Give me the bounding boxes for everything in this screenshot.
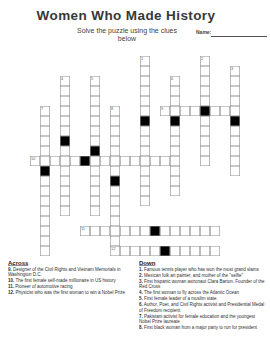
answer-cell[interactable] [170, 226, 180, 236]
answer-cell[interactable] [40, 186, 50, 196]
answer-cell[interactable] [100, 156, 110, 166]
answer-cell[interactable] [60, 196, 70, 206]
answer-cell[interactable] [210, 106, 220, 116]
answer-cell[interactable] [140, 86, 150, 96]
across-clue-12: 12. Physicist who was the first woman to… [8, 290, 134, 296]
answer-cell[interactable] [230, 76, 240, 86]
answer-cell[interactable] [40, 146, 50, 156]
clue-number: 11 [81, 227, 85, 231]
down-clue-4: 4. The first woman to fly across the Atl… [139, 290, 265, 296]
answer-cell[interactable] [130, 156, 140, 166]
answer-cell[interactable] [140, 156, 150, 166]
answer-cell[interactable] [200, 116, 210, 126]
answer-cell[interactable] [140, 226, 150, 236]
across-clue-10: 10. The first female self-made millionai… [8, 278, 134, 284]
answer-cell[interactable] [40, 206, 50, 216]
black-space-cell [110, 176, 120, 186]
clue-number: 5 [91, 77, 93, 81]
across-heading: Across [8, 260, 134, 266]
answer-cell[interactable] [230, 166, 240, 176]
clue-number: 1 [141, 57, 143, 61]
answer-cell[interactable] [90, 166, 100, 176]
answer-cell[interactable] [190, 226, 200, 236]
answer-cell[interactable] [230, 96, 240, 106]
answer-cell[interactable] [60, 106, 70, 116]
answer-cell[interactable] [230, 106, 240, 116]
clue-number: 9 [161, 107, 163, 111]
answer-cell[interactable] [200, 96, 210, 106]
down-clue-5: 5. First female leader of a muslim state [139, 296, 265, 302]
answer-cell[interactable] [60, 166, 70, 176]
answer-cell[interactable] [170, 96, 180, 106]
answer-cell[interactable] [140, 146, 150, 156]
answer-cell[interactable] [60, 176, 70, 186]
answer-cell[interactable] [210, 246, 220, 256]
answer-cell[interactable] [90, 136, 100, 146]
answer-cell[interactable] [180, 106, 190, 116]
clue-number: 4 [61, 77, 63, 81]
answer-cell[interactable] [170, 186, 180, 196]
answer-cell[interactable] [170, 166, 180, 176]
crossword-grid: 123456789101112 [30, 56, 240, 256]
answer-cell[interactable] [90, 226, 100, 236]
answer-cell[interactable] [200, 86, 210, 96]
answer-cell[interactable] [140, 246, 150, 256]
answer-cell[interactable] [200, 246, 210, 256]
answer-cell[interactable] [130, 246, 140, 256]
answer-cell[interactable] [170, 136, 180, 146]
answer-cell[interactable] [90, 196, 100, 206]
page-title: Women Who Made History [0, 8, 252, 23]
answer-cell[interactable] [90, 156, 100, 166]
clue-number: 3 [231, 67, 233, 71]
down-clue-1: 1. Famous tennis player who has won the … [139, 267, 265, 273]
answer-cell[interactable] [170, 176, 180, 186]
answer-cell[interactable] [160, 226, 170, 236]
answer-cell[interactable] [40, 246, 50, 256]
answer-cell[interactable] [110, 146, 120, 156]
down-clue-2: 2. Mexican folk art painter, and mother … [139, 273, 265, 279]
answer-cell[interactable] [120, 226, 130, 236]
black-space-cell [90, 146, 100, 156]
answer-cell[interactable] [60, 126, 70, 136]
answer-cell[interactable] [90, 116, 100, 126]
answer-cell[interactable] [170, 146, 180, 156]
answer-cell[interactable] [140, 106, 150, 116]
answer-cell[interactable] [200, 226, 210, 236]
answer-cell[interactable] [140, 96, 150, 106]
answer-cell[interactable] [110, 206, 120, 216]
answer-cell[interactable] [90, 106, 100, 116]
answer-cell[interactable] [60, 156, 70, 166]
answer-cell[interactable] [110, 216, 120, 226]
answer-cell[interactable] [200, 66, 210, 76]
down-heading: Down [139, 260, 265, 266]
answer-cell[interactable] [110, 196, 120, 206]
answer-cell[interactable] [200, 146, 210, 156]
clue-number: 2 [201, 57, 203, 61]
black-space-cell [40, 166, 50, 176]
answer-cell[interactable] [40, 176, 50, 186]
answer-cell[interactable] [110, 226, 120, 236]
black-space-cell [200, 106, 210, 116]
answer-cell[interactable] [130, 226, 140, 236]
answer-cell[interactable] [200, 136, 210, 146]
answer-cell[interactable] [60, 86, 70, 96]
answer-cell[interactable] [200, 126, 210, 136]
answer-cell[interactable] [50, 156, 60, 166]
answer-cell[interactable] [110, 236, 120, 246]
subtitle: Solve the puzzle using the clues below [72, 26, 182, 42]
answer-cell[interactable] [40, 226, 50, 236]
answer-cell[interactable] [40, 126, 50, 136]
black-space-cell [150, 226, 160, 236]
answer-cell[interactable] [180, 226, 190, 236]
answer-cell[interactable] [160, 156, 170, 166]
answer-cell[interactable] [90, 96, 100, 106]
answer-cell[interactable] [180, 246, 190, 256]
black-space-cell [140, 116, 150, 126]
answer-cell[interactable] [200, 156, 210, 166]
answer-cell[interactable] [70, 156, 80, 166]
answer-cell[interactable] [60, 146, 70, 156]
answer-cell[interactable] [110, 166, 120, 176]
answer-cell[interactable] [120, 246, 130, 256]
across-clues: Across 9. Designer of the Civil Rights a… [8, 260, 134, 296]
answer-cell[interactable] [140, 166, 150, 176]
answer-cell[interactable] [170, 126, 180, 136]
answer-cell[interactable] [40, 116, 50, 126]
answer-cell[interactable] [60, 206, 70, 216]
black-space-cell [230, 116, 240, 126]
clue-number: 12 [111, 247, 115, 251]
name-blank-line [211, 36, 267, 37]
answer-cell[interactable] [170, 106, 180, 116]
clue-number: 8 [111, 107, 113, 111]
down-clue-3: 3. First hispanic woman astronaut Clara … [139, 279, 265, 290]
answer-cell[interactable] [90, 126, 100, 136]
answer-cell[interactable] [170, 156, 180, 166]
answer-cell[interactable] [60, 186, 70, 196]
answer-cell[interactable] [90, 176, 100, 186]
answer-cell[interactable] [230, 126, 240, 136]
clue-number: 7 [41, 107, 43, 111]
answer-cell[interactable] [190, 106, 200, 116]
black-space-cell [170, 116, 180, 126]
across-clue-11: 11. Pioneer of automotive racing [8, 284, 134, 290]
black-space-cell [60, 136, 70, 146]
answer-cell[interactable] [170, 86, 180, 96]
answer-cell[interactable] [40, 156, 50, 166]
answer-cell[interactable] [140, 136, 150, 146]
black-space-cell [160, 246, 170, 256]
answer-cell[interactable] [110, 136, 120, 146]
down-clue-6: 6. Author, Poet, and Civil Rights activi… [139, 302, 265, 313]
answer-cell[interactable] [40, 216, 50, 226]
answer-cell[interactable] [230, 86, 240, 96]
answer-cell[interactable] [40, 236, 50, 246]
answer-cell[interactable] [230, 136, 240, 146]
answer-cell[interactable] [220, 106, 230, 116]
down-clues: Down 1. Famous tennis player who has won… [139, 260, 265, 331]
name-label: Name: [196, 29, 211, 35]
answer-cell[interactable] [150, 156, 160, 166]
answer-cell[interactable] [120, 156, 130, 166]
answer-cell[interactable] [90, 186, 100, 196]
across-clue-list: 9. Designer of the Civil Rights and Viet… [8, 267, 134, 296]
black-space-cell [80, 156, 90, 166]
answer-cell[interactable] [230, 156, 240, 166]
answer-cell[interactable] [110, 186, 120, 196]
answer-cell[interactable] [190, 246, 200, 256]
answer-cell[interactable] [150, 246, 160, 256]
across-clue-9: 9. Designer of the Civil Rights and Viet… [8, 267, 134, 278]
down-clue-8: 8. First black woman from a major party … [139, 325, 265, 331]
answer-cell[interactable] [200, 76, 210, 86]
answer-cell[interactable] [110, 116, 120, 126]
answer-cell[interactable] [170, 246, 180, 256]
answer-cell[interactable] [40, 196, 50, 206]
answer-cell[interactable] [90, 206, 100, 216]
answer-cell[interactable] [40, 136, 50, 146]
answer-cell[interactable] [140, 176, 150, 186]
answer-cell[interactable] [110, 126, 120, 136]
answer-cell[interactable] [60, 116, 70, 126]
clue-number: 6 [171, 77, 173, 81]
answer-cell[interactable] [140, 126, 150, 136]
down-clue-7: 7. Pakistani activist for female educati… [139, 314, 265, 325]
answer-cell[interactable] [60, 96, 70, 106]
answer-cell[interactable] [140, 66, 150, 76]
answer-cell[interactable] [140, 196, 150, 206]
answer-cell[interactable] [110, 156, 120, 166]
answer-cell[interactable] [210, 226, 220, 236]
answer-cell[interactable] [230, 146, 240, 156]
answer-cell[interactable] [140, 76, 150, 86]
answer-cell[interactable] [140, 186, 150, 196]
down-clue-list: 1. Famous tennis player who has won the … [139, 267, 265, 331]
clue-number: 10 [31, 157, 35, 161]
answer-cell[interactable] [90, 86, 100, 96]
answer-cell[interactable] [100, 226, 110, 236]
